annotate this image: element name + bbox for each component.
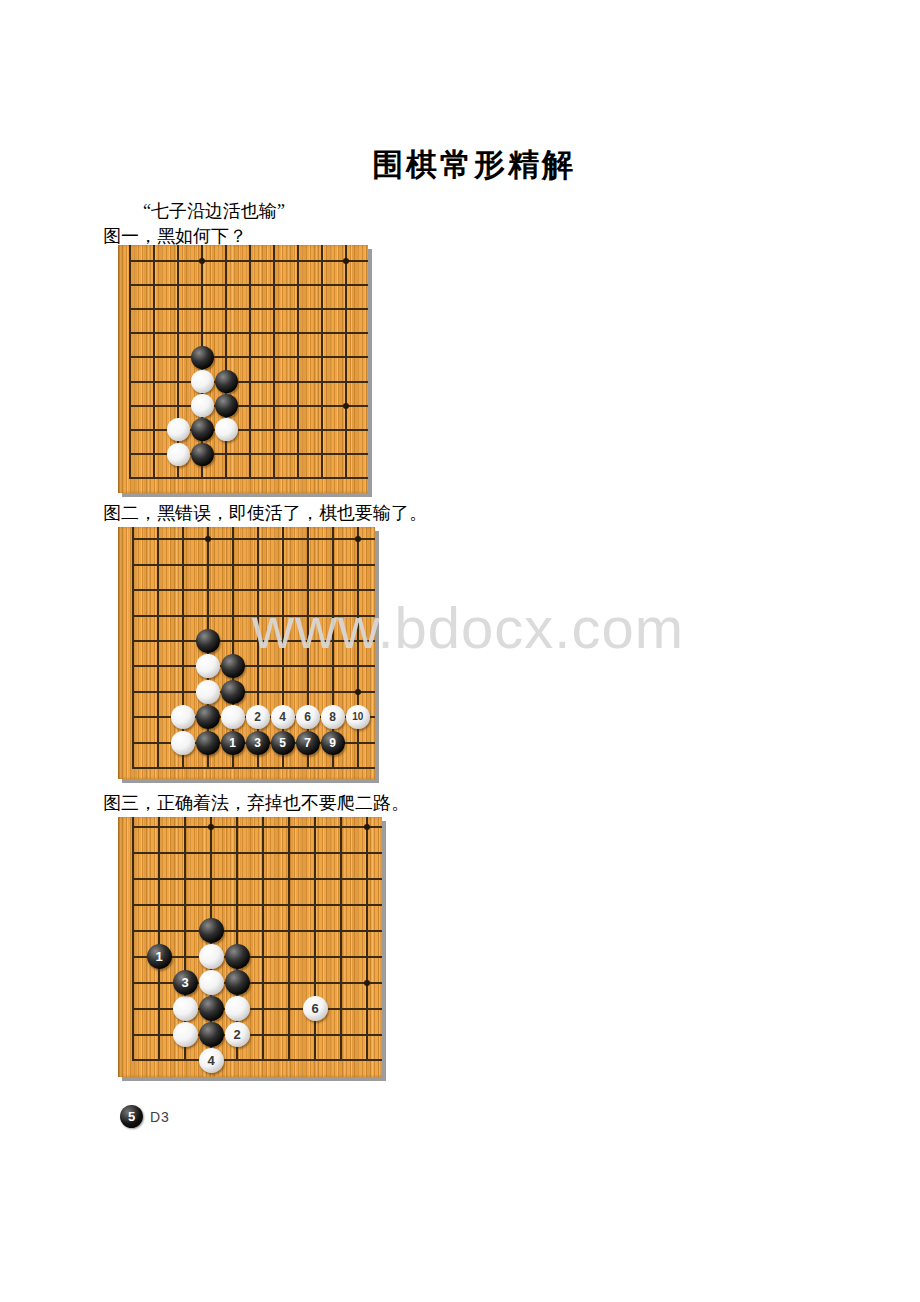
grid-line-vertical [225, 245, 227, 479]
page-title: 围棋常形精解 [372, 144, 576, 186]
stone-black-D6 [191, 346, 214, 369]
grid-line-horizontal [129, 405, 368, 407]
stone-black-E4 [215, 394, 238, 417]
move-number: 7 [304, 737, 311, 749]
stone-white-D4 [196, 680, 220, 704]
stone-black-D3 [191, 418, 214, 441]
move-number: 8 [329, 711, 336, 723]
stone-white-D5 [191, 370, 214, 393]
stone-black-B5: 1 [147, 944, 172, 969]
stone-white-D5 [196, 654, 220, 678]
stone-black-E5 [225, 944, 250, 969]
stone-black-E5 [215, 370, 238, 393]
stone-white-D4 [191, 394, 214, 417]
grid-line-vertical [345, 245, 347, 479]
move-number: 4 [279, 711, 286, 723]
stone-black-D6 [196, 629, 220, 653]
star-point-D10 [208, 824, 214, 830]
stone-white-K3: 10 [346, 705, 370, 729]
go-board-figure-3: 12346 [118, 817, 382, 1077]
stone-black-D6 [199, 918, 224, 943]
star-point-K10 [355, 536, 361, 542]
stone-white-C3 [173, 996, 198, 1021]
stone-black-E5 [221, 654, 245, 678]
move-number: 4 [207, 1054, 214, 1067]
go-board-figure-1 [118, 245, 368, 493]
stone-black-D3 [196, 705, 220, 729]
stone-white-C3 [171, 705, 195, 729]
move-number: 2 [233, 1028, 240, 1041]
stone-white-D1: 4 [199, 1048, 224, 1073]
document-page: { "game": "go", "board_view": "bottom-le… [0, 0, 920, 1302]
star-point-D10 [199, 258, 205, 264]
grid-line-horizontal [132, 1034, 382, 1036]
move-footnote: 5 D3 [120, 1105, 170, 1128]
grid-line-horizontal [129, 381, 368, 383]
stone-white-F3: 2 [246, 705, 270, 729]
stone-black-D2 [199, 1022, 224, 1047]
footnote-stone-black-5: 5 [120, 1105, 143, 1128]
stone-white-E2: 2 [225, 1022, 250, 1047]
stone-white-H3: 6 [303, 996, 328, 1021]
stone-black-H2: 7 [296, 731, 320, 755]
grid-line-horizontal [132, 982, 382, 984]
grid-line-horizontal [132, 878, 382, 880]
grid-line-horizontal [132, 767, 375, 769]
stone-white-E3 [225, 996, 250, 1021]
stone-white-E3 [221, 705, 245, 729]
stone-white-C3 [167, 418, 190, 441]
star-point-K4 [364, 980, 370, 986]
stone-black-E4 [225, 970, 250, 995]
grid-line-horizontal [129, 356, 368, 358]
star-point-K10 [343, 258, 349, 264]
stone-black-C4: 3 [173, 970, 198, 995]
star-point-K4 [343, 403, 349, 409]
star-point-D10 [205, 536, 211, 542]
stone-white-C2 [167, 443, 190, 466]
grid-line-horizontal [129, 477, 368, 479]
stone-black-D3 [199, 996, 224, 1021]
figure2-caption: 图二，黑错误，即使活了，棋也要输了。 [103, 501, 427, 525]
move-number: 2 [254, 711, 261, 723]
grid-line-horizontal [129, 284, 368, 286]
star-point-K4 [355, 689, 361, 695]
grid-line-vertical [273, 245, 275, 479]
stone-white-C2 [171, 731, 195, 755]
stone-black-D2 [191, 443, 214, 466]
stone-white-D5 [199, 944, 224, 969]
grid-line-horizontal [129, 453, 368, 455]
grid-line-horizontal [132, 852, 382, 854]
grid-line-horizontal [132, 904, 382, 906]
stone-black-E2: 1 [221, 731, 245, 755]
grid-line-horizontal [132, 826, 382, 828]
stone-black-J2: 9 [321, 731, 345, 755]
grid-line-vertical [129, 245, 131, 479]
watermark-text: www.bdocx.com [252, 599, 684, 657]
footnote-coordinate: D3 [150, 1109, 170, 1125]
move-number: 3 [254, 737, 261, 749]
stone-white-J3: 8 [321, 705, 345, 729]
move-number: 3 [181, 976, 188, 989]
move-number: 6 [304, 711, 311, 723]
stone-black-G2: 5 [271, 731, 295, 755]
grid-line-horizontal [132, 1059, 382, 1061]
stone-black-D2 [196, 731, 220, 755]
grid-line-horizontal [132, 564, 375, 566]
move-number: 1 [229, 737, 236, 749]
move-number: 6 [311, 1002, 318, 1015]
grid-line-horizontal [132, 691, 375, 693]
stone-white-D4 [199, 970, 224, 995]
grid-line-horizontal [129, 308, 368, 310]
stone-white-E3 [215, 418, 238, 441]
move-number: 9 [329, 737, 336, 749]
stone-white-G3: 4 [271, 705, 295, 729]
grid-line-vertical [297, 245, 299, 479]
grid-line-horizontal [132, 538, 375, 540]
quote-line: “七子沿边活也输” [143, 199, 285, 223]
figure3-caption: 图三，正确着法，弃掉也不要爬二路。 [103, 791, 409, 815]
move-number: 1 [155, 950, 162, 963]
stone-black-F2: 3 [246, 731, 270, 755]
grid-line-horizontal [129, 429, 368, 431]
grid-line-horizontal [129, 260, 368, 262]
grid-line-vertical [321, 245, 323, 479]
grid-line-vertical [249, 245, 251, 479]
star-point-K10 [364, 824, 370, 830]
grid-line-horizontal [132, 1008, 382, 1010]
grid-line-vertical [153, 245, 155, 479]
grid-line-horizontal [132, 665, 375, 667]
stone-white-C2 [173, 1022, 198, 1047]
grid-line-horizontal [132, 930, 382, 932]
grid-line-horizontal [129, 332, 368, 334]
grid-line-horizontal [132, 589, 375, 591]
stone-white-H3: 6 [296, 705, 320, 729]
stone-black-E4 [221, 680, 245, 704]
move-number: 10 [352, 712, 363, 722]
move-number: 5 [279, 737, 286, 749]
